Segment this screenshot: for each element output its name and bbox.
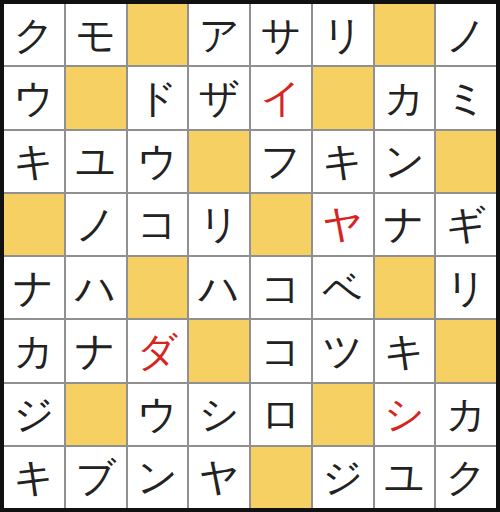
letter-cell-r4c7[interactable]: ナ	[375, 194, 435, 255]
letter-cell-r7c8[interactable]: カ	[436, 384, 496, 445]
letter-cell-r3c3[interactable]: ウ	[128, 131, 188, 192]
blocked-cell-r5c7	[375, 257, 435, 318]
letter-cell-r3c2[interactable]: ユ	[66, 131, 126, 192]
blocked-cell-r6c8	[436, 320, 496, 381]
blocked-cell-r7c6	[313, 384, 373, 445]
blocked-cell-r1c7	[375, 4, 435, 65]
letter-cell-r3c7[interactable]: ン	[375, 131, 435, 192]
letter-cell-r3c1[interactable]: キ	[4, 131, 64, 192]
blocked-cell-r4c5	[251, 194, 311, 255]
letter-cell-r4c2[interactable]: ノ	[66, 194, 126, 255]
letter-cell-r4c6[interactable]: ヤ	[313, 194, 373, 255]
blocked-cell-r3c4	[189, 131, 249, 192]
letter-cell-r5c8[interactable]: リ	[436, 257, 496, 318]
letter-cell-r8c4[interactable]: ヤ	[189, 447, 249, 508]
letter-cell-r8c3[interactable]: ン	[128, 447, 188, 508]
letter-cell-r2c3[interactable]: ド	[128, 67, 188, 128]
letter-cell-r1c6[interactable]: リ	[313, 4, 373, 65]
blocked-cell-r2c2	[66, 67, 126, 128]
blocked-cell-r2c6	[313, 67, 373, 128]
letter-cell-r7c4[interactable]: シ	[189, 384, 249, 445]
blocked-cell-r4c1	[4, 194, 64, 255]
crossword-board: クモアサリノウドザイカミキユウフキンノコリヤナギナハハコベリカナダコツキジウシロ…	[0, 0, 500, 512]
letter-cell-r7c5[interactable]: ロ	[251, 384, 311, 445]
blocked-cell-r5c3	[128, 257, 188, 318]
letter-cell-r6c1[interactable]: カ	[4, 320, 64, 381]
blocked-cell-r6c4	[189, 320, 249, 381]
letter-cell-r5c1[interactable]: ナ	[4, 257, 64, 318]
letter-cell-r2c7[interactable]: カ	[375, 67, 435, 128]
letter-cell-r7c7[interactable]: シ	[375, 384, 435, 445]
blocked-cell-r7c2	[66, 384, 126, 445]
letter-cell-r7c1[interactable]: ジ	[4, 384, 64, 445]
letter-cell-r1c1[interactable]: ク	[4, 4, 64, 65]
letter-cell-r2c5[interactable]: イ	[251, 67, 311, 128]
letter-cell-r5c2[interactable]: ハ	[66, 257, 126, 318]
letter-cell-r2c8[interactable]: ミ	[436, 67, 496, 128]
letter-cell-r3c6[interactable]: キ	[313, 131, 373, 192]
letter-cell-r8c2[interactable]: ブ	[66, 447, 126, 508]
letter-cell-r2c4[interactable]: ザ	[189, 67, 249, 128]
letter-cell-r6c5[interactable]: コ	[251, 320, 311, 381]
blocked-cell-r1c3	[128, 4, 188, 65]
letter-cell-r4c4[interactable]: リ	[189, 194, 249, 255]
letter-cell-r6c6[interactable]: ツ	[313, 320, 373, 381]
letter-cell-r6c3[interactable]: ダ	[128, 320, 188, 381]
letter-cell-r1c5[interactable]: サ	[251, 4, 311, 65]
letter-cell-r5c4[interactable]: ハ	[189, 257, 249, 318]
blocked-cell-r3c8	[436, 131, 496, 192]
letter-cell-r8c6[interactable]: ジ	[313, 447, 373, 508]
letter-cell-r5c5[interactable]: コ	[251, 257, 311, 318]
letter-cell-r4c3[interactable]: コ	[128, 194, 188, 255]
letter-cell-r3c5[interactable]: フ	[251, 131, 311, 192]
letter-cell-r1c8[interactable]: ノ	[436, 4, 496, 65]
letter-cell-r1c4[interactable]: ア	[189, 4, 249, 65]
letter-cell-r4c8[interactable]: ギ	[436, 194, 496, 255]
letter-cell-r7c3[interactable]: ウ	[128, 384, 188, 445]
letter-cell-r8c1[interactable]: キ	[4, 447, 64, 508]
letter-cell-r6c7[interactable]: キ	[375, 320, 435, 381]
letter-cell-r8c8[interactable]: ク	[436, 447, 496, 508]
letter-cell-r8c7[interactable]: ユ	[375, 447, 435, 508]
blocked-cell-r8c5	[251, 447, 311, 508]
letter-cell-r2c1[interactable]: ウ	[4, 67, 64, 128]
letter-cell-r5c6[interactable]: ベ	[313, 257, 373, 318]
crossword-puzzle: クモアサリノウドザイカミキユウフキンノコリヤナギナハハコベリカナダコツキジウシロ…	[0, 0, 500, 512]
letter-cell-r6c2[interactable]: ナ	[66, 320, 126, 381]
letter-cell-r1c2[interactable]: モ	[66, 4, 126, 65]
